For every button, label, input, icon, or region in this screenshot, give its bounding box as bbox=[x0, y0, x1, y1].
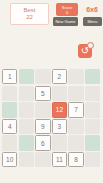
best-value: 22 bbox=[26, 14, 33, 21]
score-value: 0 bbox=[66, 10, 68, 15]
grid-tile-1: 1 bbox=[2, 69, 17, 84]
grid-tile-2: 2 bbox=[52, 69, 67, 84]
grid-tile-7: 7 bbox=[68, 102, 83, 117]
score-box: Score 0 bbox=[56, 3, 78, 16]
grid-tile-3: 3 bbox=[52, 119, 67, 134]
grid-cell-empty bbox=[19, 152, 34, 167]
grid-tile-12: 12 bbox=[52, 102, 67, 117]
grid-cell-empty bbox=[52, 86, 67, 101]
grid-cell-empty bbox=[68, 119, 83, 134]
board-size-label: 6x6 bbox=[82, 5, 102, 14]
undo-badge bbox=[87, 42, 94, 49]
grid-cell-empty bbox=[68, 69, 83, 84]
grid-cell-empty bbox=[2, 86, 17, 101]
grid-cell-highlight bbox=[85, 69, 100, 84]
menu-button[interactable]: Menu bbox=[83, 17, 102, 26]
grid-cell-empty bbox=[19, 102, 34, 117]
grid-tile-5: 5 bbox=[35, 86, 50, 101]
grid-cell-highlight bbox=[2, 102, 17, 117]
grid-cell-empty bbox=[19, 119, 34, 134]
grid-cell-highlight bbox=[19, 69, 34, 84]
best-score-box: Best 22 bbox=[10, 3, 49, 25]
grid-cell-empty bbox=[85, 152, 100, 167]
grid-tile-8: 8 bbox=[68, 152, 83, 167]
grid-cell-highlight bbox=[85, 135, 100, 150]
grid-cell-empty bbox=[35, 102, 50, 117]
grid-cell-empty bbox=[85, 102, 100, 117]
grid-cell-empty bbox=[19, 86, 34, 101]
new-game-button[interactable]: New Game bbox=[53, 17, 78, 26]
grid-cell-empty bbox=[85, 119, 100, 134]
grid-tile-6: 6 bbox=[35, 135, 50, 150]
grid-tile-10: 10 bbox=[2, 152, 17, 167]
grid-cell-empty bbox=[2, 135, 17, 150]
game-board[interactable]: 125127493610118 bbox=[2, 69, 100, 167]
best-label: Best bbox=[23, 7, 35, 14]
grid-cell-empty bbox=[35, 152, 50, 167]
grid-cell-highlight bbox=[19, 135, 34, 150]
grid-cell-empty bbox=[35, 69, 50, 84]
grid-cell-empty bbox=[68, 135, 83, 150]
grid-cell-empty bbox=[52, 135, 67, 150]
grid-cell-empty bbox=[85, 86, 100, 101]
game-screen: Best 22 Score 0 6x6 New Game Menu ↺ 1251… bbox=[0, 0, 103, 183]
grid-tile-4: 4 bbox=[2, 119, 17, 134]
grid-tile-9: 9 bbox=[35, 119, 50, 134]
grid-tile-11: 11 bbox=[52, 152, 67, 167]
undo-button[interactable]: ↺ bbox=[78, 44, 92, 58]
grid-cell-empty bbox=[68, 86, 83, 101]
